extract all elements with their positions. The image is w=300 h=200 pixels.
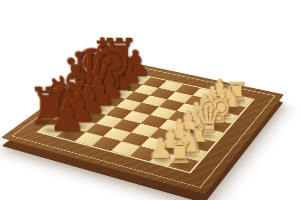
chess-board: ♜♟♟♜♞♟♟♞♝♟♟♝♚♟♟♚♛♟♟♛♝♟♟♝♞♟♟♞♜♟♟♜ xyxy=(1,58,284,194)
chess-set-photo: ♜♟♟♜♞♟♟♞♝♟♟♝♚♟♟♚♛♟♟♛♝♟♟♝♞♟♟♞♜♟♟♜ xyxy=(0,0,300,200)
piece-white-rook: ♜ xyxy=(156,138,205,167)
board-frame: ♜♟♟♜♞♟♟♞♝♟♟♝♚♟♟♚♛♟♟♛♝♟♟♝♞♟♟♞♜♟♟♜ xyxy=(1,58,284,194)
square-a7: ♟ xyxy=(57,128,86,142)
piece-black-pawn: ♟ xyxy=(44,96,90,137)
square-a1: ♜ xyxy=(169,156,198,172)
